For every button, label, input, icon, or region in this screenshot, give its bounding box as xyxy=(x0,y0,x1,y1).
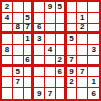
cell-r4c5[interactable] xyxy=(45,34,56,45)
cell-r1c9[interactable] xyxy=(88,2,99,13)
cell-r4c3: 1 xyxy=(24,34,35,45)
cell-r5c9: 3 xyxy=(88,45,99,56)
cell-r2c1: 4 xyxy=(2,13,13,24)
cell-r8c6[interactable] xyxy=(56,77,67,88)
cell-r6c7: 7 xyxy=(67,56,78,67)
cell-r7c1[interactable] xyxy=(2,67,13,78)
cell-r5c5: 4 xyxy=(45,45,56,56)
cell-r8c3[interactable] xyxy=(24,77,35,88)
cell-r1c7[interactable] xyxy=(67,2,78,13)
cell-r9c5: 7 xyxy=(45,88,56,99)
cell-r1c3[interactable] xyxy=(24,2,35,13)
cell-r2c9[interactable] xyxy=(88,13,99,24)
cell-r8c2: 7 xyxy=(13,77,24,88)
cell-r6c9[interactable] xyxy=(88,56,99,67)
cell-r9c4: 9 xyxy=(34,88,45,99)
cell-r4c8[interactable] xyxy=(77,34,88,45)
cell-r2c5[interactable] xyxy=(45,13,56,24)
cell-r3c5[interactable] xyxy=(45,24,56,35)
cell-r4c4: 3 xyxy=(34,34,45,45)
cell-r8c7: 2 xyxy=(67,77,78,88)
cell-r9c2[interactable] xyxy=(13,88,24,99)
cell-r7c5[interactable] xyxy=(45,67,56,78)
cell-r2c3: 5 xyxy=(24,13,35,24)
cell-r7c3[interactable] xyxy=(24,67,35,78)
cell-r4c6[interactable] xyxy=(56,34,67,45)
cell-r5c4[interactable] xyxy=(34,45,45,56)
sudoku-board: 29545187621358436275697721976 xyxy=(0,0,101,101)
cell-r3c2: 8 xyxy=(13,24,24,35)
cell-r9c6[interactable] xyxy=(56,88,67,99)
cell-r2c4[interactable] xyxy=(34,13,45,24)
cell-r3c6[interactable] xyxy=(56,24,67,35)
cell-r4c9[interactable] xyxy=(88,34,99,45)
cell-r2c6[interactable] xyxy=(56,13,67,24)
cell-r8c8[interactable] xyxy=(77,77,88,88)
cell-r8c1[interactable] xyxy=(2,77,13,88)
cell-r2c7[interactable] xyxy=(67,13,78,24)
cell-r4c1[interactable] xyxy=(2,34,13,45)
cell-r5c2[interactable] xyxy=(13,45,24,56)
cell-r5c8[interactable] xyxy=(77,45,88,56)
cell-r3c7[interactable] xyxy=(67,24,78,35)
cell-r5c1: 8 xyxy=(2,45,13,56)
cell-r6c8[interactable] xyxy=(77,56,88,67)
cell-r9c9: 6 xyxy=(88,88,99,99)
cell-r1c4[interactable] xyxy=(34,2,45,13)
cell-r6c1[interactable] xyxy=(2,56,13,67)
cell-r7c2: 5 xyxy=(13,67,24,78)
cell-r4c2[interactable] xyxy=(13,34,24,45)
cell-r1c5: 9 xyxy=(45,2,56,13)
cell-r9c8[interactable] xyxy=(77,88,88,99)
cell-r1c6: 5 xyxy=(56,2,67,13)
cell-r2c8: 1 xyxy=(77,13,88,24)
cell-r7c7: 9 xyxy=(67,67,78,78)
cell-r3c9[interactable] xyxy=(88,24,99,35)
cell-r3c3: 7 xyxy=(24,24,35,35)
cell-r9c3[interactable] xyxy=(24,88,35,99)
cell-r3c4: 6 xyxy=(34,24,45,35)
cell-r6c5[interactable] xyxy=(45,56,56,67)
cell-r7c9[interactable] xyxy=(88,67,99,78)
cell-r6c2[interactable] xyxy=(13,56,24,67)
cell-r7c4[interactable] xyxy=(34,67,45,78)
cell-r5c6[interactable] xyxy=(56,45,67,56)
cell-r3c8: 2 xyxy=(77,24,88,35)
cell-r1c2[interactable] xyxy=(13,2,24,13)
cell-r8c5[interactable] xyxy=(45,77,56,88)
cell-r7c8: 7 xyxy=(77,67,88,78)
cell-r8c4[interactable] xyxy=(34,77,45,88)
cell-r7c6: 6 xyxy=(56,67,67,78)
cell-r6c3: 6 xyxy=(24,56,35,67)
cell-r1c1: 2 xyxy=(2,2,13,13)
cell-r2c2[interactable] xyxy=(13,13,24,24)
cell-r6c4[interactable] xyxy=(34,56,45,67)
cell-r9c1[interactable] xyxy=(2,88,13,99)
cell-r5c3[interactable] xyxy=(24,45,35,56)
cell-r3c1[interactable] xyxy=(2,24,13,35)
cell-r1c8[interactable] xyxy=(77,2,88,13)
cell-r6c6: 2 xyxy=(56,56,67,67)
cell-r8c9: 1 xyxy=(88,77,99,88)
cell-r4c7: 5 xyxy=(67,34,78,45)
cell-r5c7[interactable] xyxy=(67,45,78,56)
cell-r9c7[interactable] xyxy=(67,88,78,99)
